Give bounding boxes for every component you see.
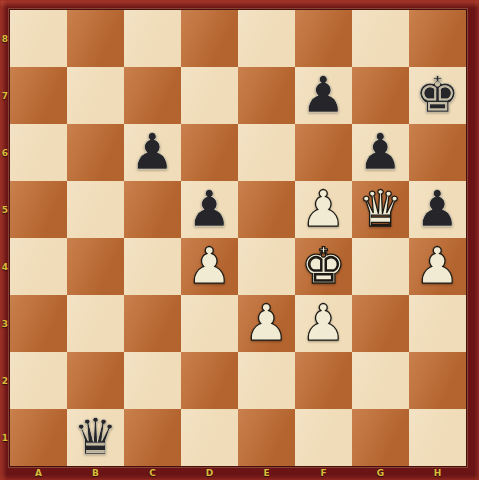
file-label-e: E [238,466,295,480]
square-d7[interactable] [181,67,238,124]
square-c6[interactable]: ♟ [124,124,181,181]
square-d1[interactable] [181,409,238,466]
square-c4[interactable] [124,238,181,295]
rank-label-2: 2 [0,352,10,409]
file-label-h: H [409,466,466,480]
square-e3[interactable]: ♟ [238,295,295,352]
square-f1[interactable] [295,409,352,466]
square-c8[interactable] [124,10,181,67]
square-b3[interactable] [67,295,124,352]
square-g4[interactable] [352,238,409,295]
piece-white-pawn[interactable]: ♟ [238,295,295,352]
square-e2[interactable] [238,352,295,409]
square-a7[interactable] [10,67,67,124]
square-a2[interactable] [10,352,67,409]
piece-black-king[interactable]: ♚ [409,67,466,124]
piece-black-pawn[interactable]: ♟ [124,124,181,181]
chessboard-frame: ♟♚♟♟♟♟♛♟♟♚♟♟♟♛ 87654321ABCDEFGH [0,0,479,480]
square-h4[interactable]: ♟ [409,238,466,295]
file-label-b: B [67,466,124,480]
square-f7[interactable]: ♟ [295,67,352,124]
square-e6[interactable] [238,124,295,181]
rank-label-3: 3 [0,295,10,352]
square-g6[interactable]: ♟ [352,124,409,181]
square-b4[interactable] [67,238,124,295]
file-label-d: D [181,466,238,480]
square-a6[interactable] [10,124,67,181]
square-d4[interactable]: ♟ [181,238,238,295]
piece-white-king[interactable]: ♚ [295,238,352,295]
piece-white-queen[interactable]: ♛ [352,181,409,238]
rank-label-7: 7 [0,67,10,124]
square-f8[interactable] [295,10,352,67]
square-d6[interactable] [181,124,238,181]
piece-black-queen[interactable]: ♛ [67,409,124,466]
rank-label-8: 8 [0,10,10,67]
square-f4[interactable]: ♚ [295,238,352,295]
rank-label-5: 5 [0,181,10,238]
piece-white-pawn[interactable]: ♟ [295,181,352,238]
square-h2[interactable] [409,352,466,409]
square-a8[interactable] [10,10,67,67]
square-h7[interactable]: ♚ [409,67,466,124]
square-f5[interactable]: ♟ [295,181,352,238]
square-b6[interactable] [67,124,124,181]
piece-black-pawn[interactable]: ♟ [295,67,352,124]
square-d3[interactable] [181,295,238,352]
square-e7[interactable] [238,67,295,124]
square-b5[interactable] [67,181,124,238]
square-h5[interactable]: ♟ [409,181,466,238]
piece-black-pawn[interactable]: ♟ [181,181,238,238]
square-e8[interactable] [238,10,295,67]
square-b2[interactable] [67,352,124,409]
square-h3[interactable] [409,295,466,352]
piece-black-pawn[interactable]: ♟ [409,181,466,238]
square-d8[interactable] [181,10,238,67]
piece-white-pawn[interactable]: ♟ [181,238,238,295]
square-c3[interactable] [124,295,181,352]
square-a3[interactable] [10,295,67,352]
square-h8[interactable] [409,10,466,67]
square-b8[interactable] [67,10,124,67]
square-f2[interactable] [295,352,352,409]
rank-label-4: 4 [0,238,10,295]
square-a5[interactable] [10,181,67,238]
square-b7[interactable] [67,67,124,124]
file-label-f: F [295,466,352,480]
square-c7[interactable] [124,67,181,124]
square-b1[interactable]: ♛ [67,409,124,466]
square-c1[interactable] [124,409,181,466]
piece-white-pawn[interactable]: ♟ [295,295,352,352]
rank-label-1: 1 [0,409,10,466]
square-g2[interactable] [352,352,409,409]
square-f6[interactable] [295,124,352,181]
square-g3[interactable] [352,295,409,352]
file-label-a: A [10,466,67,480]
square-c5[interactable] [124,181,181,238]
square-g5[interactable]: ♛ [352,181,409,238]
square-a1[interactable] [10,409,67,466]
square-g1[interactable] [352,409,409,466]
square-f3[interactable]: ♟ [295,295,352,352]
square-e5[interactable] [238,181,295,238]
rank-label-6: 6 [0,124,10,181]
square-d5[interactable]: ♟ [181,181,238,238]
piece-black-pawn[interactable]: ♟ [352,124,409,181]
piece-white-pawn[interactable]: ♟ [409,238,466,295]
file-label-c: C [124,466,181,480]
square-d2[interactable] [181,352,238,409]
file-label-g: G [352,466,409,480]
square-e1[interactable] [238,409,295,466]
square-h6[interactable] [409,124,466,181]
board-grid: ♟♚♟♟♟♟♛♟♟♚♟♟♟♛ [10,10,466,466]
square-g7[interactable] [352,67,409,124]
square-e4[interactable] [238,238,295,295]
square-g8[interactable] [352,10,409,67]
square-c2[interactable] [124,352,181,409]
square-h1[interactable] [409,409,466,466]
square-a4[interactable] [10,238,67,295]
